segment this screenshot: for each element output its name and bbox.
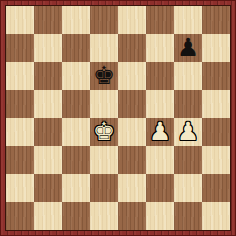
square-a5[interactable] bbox=[6, 90, 34, 118]
square-f7[interactable] bbox=[146, 34, 174, 62]
piece-black-pawn: ♟ bbox=[177, 35, 199, 60]
square-f4[interactable]: ♟ bbox=[146, 118, 174, 146]
square-c1[interactable] bbox=[62, 202, 90, 230]
piece-white-king: ♚ bbox=[93, 119, 115, 144]
square-h1[interactable] bbox=[202, 202, 230, 230]
square-e3[interactable] bbox=[118, 146, 146, 174]
square-a8[interactable] bbox=[6, 6, 34, 34]
square-h3[interactable] bbox=[202, 146, 230, 174]
square-c3[interactable] bbox=[62, 146, 90, 174]
square-h6[interactable] bbox=[202, 62, 230, 90]
square-b6[interactable] bbox=[34, 62, 62, 90]
square-g5[interactable] bbox=[174, 90, 202, 118]
square-g8[interactable] bbox=[174, 6, 202, 34]
square-g7[interactable]: ♟ bbox=[174, 34, 202, 62]
square-h2[interactable] bbox=[202, 174, 230, 202]
square-g1[interactable] bbox=[174, 202, 202, 230]
square-b2[interactable] bbox=[34, 174, 62, 202]
chess-board: ♟♚♚♟♟ bbox=[6, 6, 230, 230]
square-h8[interactable] bbox=[202, 6, 230, 34]
square-c8[interactable] bbox=[62, 6, 90, 34]
square-a7[interactable] bbox=[6, 34, 34, 62]
square-h7[interactable] bbox=[202, 34, 230, 62]
square-e8[interactable] bbox=[118, 6, 146, 34]
square-f8[interactable] bbox=[146, 6, 174, 34]
square-b8[interactable] bbox=[34, 6, 62, 34]
square-d5[interactable] bbox=[90, 90, 118, 118]
square-g3[interactable] bbox=[174, 146, 202, 174]
square-f3[interactable] bbox=[146, 146, 174, 174]
square-a2[interactable] bbox=[6, 174, 34, 202]
square-d7[interactable] bbox=[90, 34, 118, 62]
square-d4[interactable]: ♚ bbox=[90, 118, 118, 146]
square-e4[interactable] bbox=[118, 118, 146, 146]
square-d8[interactable] bbox=[90, 6, 118, 34]
square-e5[interactable] bbox=[118, 90, 146, 118]
square-c6[interactable] bbox=[62, 62, 90, 90]
piece-black-king: ♚ bbox=[93, 63, 115, 88]
square-c2[interactable] bbox=[62, 174, 90, 202]
square-h4[interactable] bbox=[202, 118, 230, 146]
square-a6[interactable] bbox=[6, 62, 34, 90]
square-a4[interactable] bbox=[6, 118, 34, 146]
square-g2[interactable] bbox=[174, 174, 202, 202]
square-f2[interactable] bbox=[146, 174, 174, 202]
square-b4[interactable] bbox=[34, 118, 62, 146]
square-e7[interactable] bbox=[118, 34, 146, 62]
piece-white-pawn: ♟ bbox=[177, 119, 199, 144]
square-f6[interactable] bbox=[146, 62, 174, 90]
square-a1[interactable] bbox=[6, 202, 34, 230]
square-d6[interactable]: ♚ bbox=[90, 62, 118, 90]
square-e2[interactable] bbox=[118, 174, 146, 202]
piece-white-pawn: ♟ bbox=[149, 119, 171, 144]
square-b3[interactable] bbox=[34, 146, 62, 174]
square-a3[interactable] bbox=[6, 146, 34, 174]
square-c4[interactable] bbox=[62, 118, 90, 146]
square-e6[interactable] bbox=[118, 62, 146, 90]
square-d2[interactable] bbox=[90, 174, 118, 202]
square-c5[interactable] bbox=[62, 90, 90, 118]
square-h5[interactable] bbox=[202, 90, 230, 118]
square-d3[interactable] bbox=[90, 146, 118, 174]
square-d1[interactable] bbox=[90, 202, 118, 230]
square-e1[interactable] bbox=[118, 202, 146, 230]
square-b5[interactable] bbox=[34, 90, 62, 118]
board-frame: ♟♚♚♟♟ bbox=[0, 0, 236, 236]
square-g6[interactable] bbox=[174, 62, 202, 90]
square-b7[interactable] bbox=[34, 34, 62, 62]
square-f5[interactable] bbox=[146, 90, 174, 118]
square-b1[interactable] bbox=[34, 202, 62, 230]
square-c7[interactable] bbox=[62, 34, 90, 62]
square-f1[interactable] bbox=[146, 202, 174, 230]
square-g4[interactable]: ♟ bbox=[174, 118, 202, 146]
